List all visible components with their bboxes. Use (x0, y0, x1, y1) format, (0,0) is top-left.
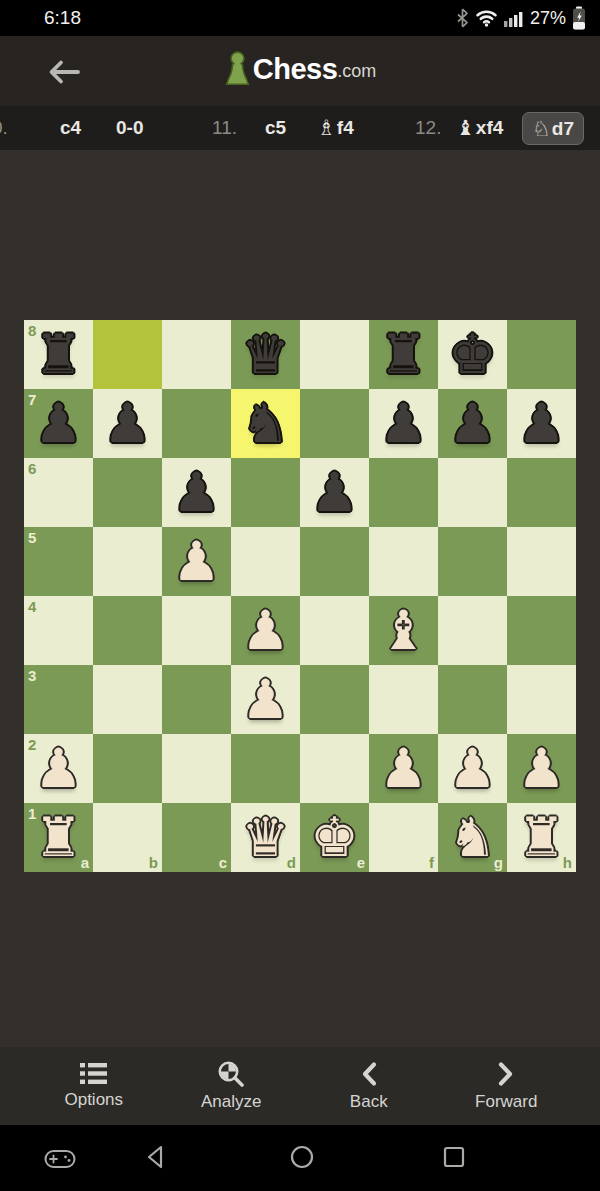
battery-percent: 27% (530, 8, 566, 29)
square-c4[interactable] (162, 596, 231, 665)
move-number: 11. (212, 106, 237, 150)
player-bottom-panel: Rob (293) ♟♞♝♝+3 9:06 (0, 872, 600, 1047)
square-c6[interactable]: ♟ (162, 458, 231, 527)
move-forward-button[interactable]: Forward (438, 1047, 576, 1125)
status-time: 6:18 (44, 7, 81, 29)
square-b4[interactable] (93, 596, 162, 665)
move-san[interactable]: 0-0 (116, 106, 143, 150)
square-g3[interactable] (438, 665, 507, 734)
square-a6[interactable]: 6 (24, 458, 93, 527)
move-san[interactable]: c4 (60, 106, 81, 150)
white-pawn: ♟ (231, 596, 300, 665)
analyze-label: Analyze (201, 1092, 261, 1112)
move-san[interactable]: c5 (265, 106, 286, 150)
rank-label-4: 4 (28, 598, 36, 615)
square-h5[interactable] (507, 527, 576, 596)
square-d5[interactable] (231, 527, 300, 596)
move-number: 12. (415, 106, 441, 150)
square-d3[interactable]: ♟ (231, 665, 300, 734)
app-header: Chess .com (0, 36, 600, 106)
black-rook: ♜ (369, 320, 438, 389)
file-label-c: c (219, 854, 227, 871)
move-list[interactable]: 0.c40-011.c5♗f412.♝xf4♘d7 (0, 106, 600, 150)
black-pawn: ♟ (438, 389, 507, 458)
square-f3[interactable] (369, 665, 438, 734)
square-h3[interactable] (507, 665, 576, 734)
square-e1[interactable]: e♚ (300, 803, 369, 872)
square-a3[interactable]: 3 (24, 665, 93, 734)
black-pawn: ♟ (24, 389, 93, 458)
figurine-icon: ♗ (317, 116, 336, 140)
square-g6[interactable] (438, 458, 507, 527)
black-queen: ♛ (231, 320, 300, 389)
square-e5[interactable] (300, 527, 369, 596)
square-f8[interactable]: ♜ (369, 320, 438, 389)
square-f4[interactable]: ♝ (369, 596, 438, 665)
gamepad-icon[interactable] (44, 1149, 76, 1169)
white-king: ♚ (300, 803, 369, 872)
white-rook: ♜ (24, 803, 93, 872)
move-san[interactable]: ♘d7 (522, 112, 584, 145)
square-h8[interactable] (507, 320, 576, 389)
square-g4[interactable] (438, 596, 507, 665)
square-e2[interactable] (300, 734, 369, 803)
square-f6[interactable] (369, 458, 438, 527)
square-b7[interactable]: ♟ (93, 389, 162, 458)
rank-label-5: 5 (28, 529, 36, 546)
square-d4[interactable]: ♟ (231, 596, 300, 665)
square-c5[interactable]: ♟ (162, 527, 231, 596)
logo-pawn-icon (224, 50, 251, 88)
square-a5[interactable]: 5 (24, 527, 93, 596)
logo-text: Chess (253, 50, 338, 88)
logo-suffix: .com (337, 54, 376, 88)
square-h2[interactable]: ♟ (507, 734, 576, 803)
square-g5[interactable] (438, 527, 507, 596)
white-rook: ♜ (507, 803, 576, 872)
figurine-icon: ♝ (456, 116, 475, 140)
square-e3[interactable] (300, 665, 369, 734)
black-pawn: ♟ (162, 458, 231, 527)
square-c7[interactable] (162, 389, 231, 458)
square-f1[interactable]: f (369, 803, 438, 872)
black-pawn: ♟ (507, 389, 576, 458)
square-b6[interactable] (93, 458, 162, 527)
square-b3[interactable] (93, 665, 162, 734)
black-king: ♚ (438, 320, 507, 389)
square-b5[interactable] (93, 527, 162, 596)
square-d6[interactable] (231, 458, 300, 527)
white-knight: ♞ (438, 803, 507, 872)
move-san[interactable]: ♝xf4 (456, 106, 503, 150)
square-c3[interactable] (162, 665, 231, 734)
square-f2[interactable]: ♟ (369, 734, 438, 803)
move-back-button[interactable]: Back (300, 1047, 438, 1125)
white-bishop: ♝ (369, 596, 438, 665)
black-rook: ♜ (24, 320, 93, 389)
square-g8[interactable]: ♚ (438, 320, 507, 389)
square-a1[interactable]: 1a♜ (24, 803, 93, 872)
square-a8[interactable]: 8♜ (24, 320, 93, 389)
square-d1[interactable]: d♛ (231, 803, 300, 872)
android-back-icon[interactable] (143, 1144, 169, 1170)
battery-icon (572, 6, 586, 30)
white-pawn: ♟ (438, 734, 507, 803)
square-c2[interactable] (162, 734, 231, 803)
square-a2[interactable]: 2♟ (24, 734, 93, 803)
square-e8[interactable] (300, 320, 369, 389)
rank-label-6: 6 (28, 460, 36, 477)
black-pawn: ♟ (369, 389, 438, 458)
analyze-button[interactable]: Analyze (163, 1047, 301, 1125)
square-a4[interactable]: 4 (24, 596, 93, 665)
forward-label: Forward (475, 1092, 537, 1112)
square-e7[interactable] (300, 389, 369, 458)
square-f5[interactable] (369, 527, 438, 596)
android-home-icon[interactable] (289, 1144, 315, 1170)
rank-label-3: 3 (28, 667, 36, 684)
chess-board[interactable]: 8♜♛♜♚7♟♟♞♟♟♟6♟♟5♟4♟♝3♟2♟♟♟♟1a♜bcd♛e♚fg♞h… (24, 320, 576, 872)
white-pawn: ♟ (162, 527, 231, 596)
square-h6[interactable] (507, 458, 576, 527)
square-h4[interactable] (507, 596, 576, 665)
white-pawn: ♟ (231, 665, 300, 734)
signal-icon (504, 10, 524, 27)
square-g7[interactable]: ♟ (438, 389, 507, 458)
white-queen: ♛ (231, 803, 300, 872)
square-f7[interactable]: ♟ (369, 389, 438, 458)
screen: 6:18 27% (0, 0, 600, 1191)
back-label: Back (350, 1092, 388, 1112)
square-a7[interactable]: 7♟ (24, 389, 93, 458)
square-h7[interactable]: ♟ (507, 389, 576, 458)
square-e6[interactable]: ♟ (300, 458, 369, 527)
options-button[interactable]: Options (25, 1047, 163, 1125)
chevron-left-icon (360, 1061, 378, 1087)
square-d7[interactable]: ♞ (231, 389, 300, 458)
black-pawn: ♟ (93, 389, 162, 458)
wifi-icon (475, 9, 498, 27)
square-d2[interactable] (231, 734, 300, 803)
square-c8[interactable] (162, 320, 231, 389)
player-top-panel: ll (254) ♟♞♝ 8:44 (0, 150, 600, 320)
white-pawn: ♟ (507, 734, 576, 803)
black-knight: ♞ (231, 389, 300, 458)
white-pawn: ♟ (369, 734, 438, 803)
square-b8[interactable] (93, 320, 162, 389)
android-nav-bar (0, 1125, 600, 1191)
options-label: Options (64, 1090, 123, 1110)
bluetooth-icon (456, 8, 469, 28)
bottom-toolbar: Options Analyze Back (0, 1047, 600, 1125)
android-recents-icon[interactable] (441, 1144, 467, 1170)
square-b2[interactable] (93, 734, 162, 803)
square-g2[interactable]: ♟ (438, 734, 507, 803)
file-label-f: f (429, 854, 434, 871)
square-d8[interactable]: ♛ (231, 320, 300, 389)
square-e4[interactable] (300, 596, 369, 665)
white-pawn: ♟ (24, 734, 93, 803)
options-list-icon (80, 1062, 107, 1085)
chesscom-logo: Chess .com (0, 50, 600, 88)
move-number: 0. (0, 106, 8, 150)
square-g1[interactable]: g♞ (438, 803, 507, 872)
status-bar: 6:18 27% (0, 0, 600, 36)
file-label-b: b (149, 854, 158, 871)
analyze-magnifier-icon (217, 1060, 245, 1087)
square-c1[interactable]: c (162, 803, 231, 872)
square-b1[interactable]: b (93, 803, 162, 872)
chevron-right-icon (497, 1061, 515, 1087)
black-pawn: ♟ (300, 458, 369, 527)
square-h1[interactable]: h♜ (507, 803, 576, 872)
figurine-icon: ♘ (532, 117, 551, 141)
status-icons: 27% (456, 6, 586, 30)
move-san[interactable]: ♗f4 (317, 106, 354, 150)
